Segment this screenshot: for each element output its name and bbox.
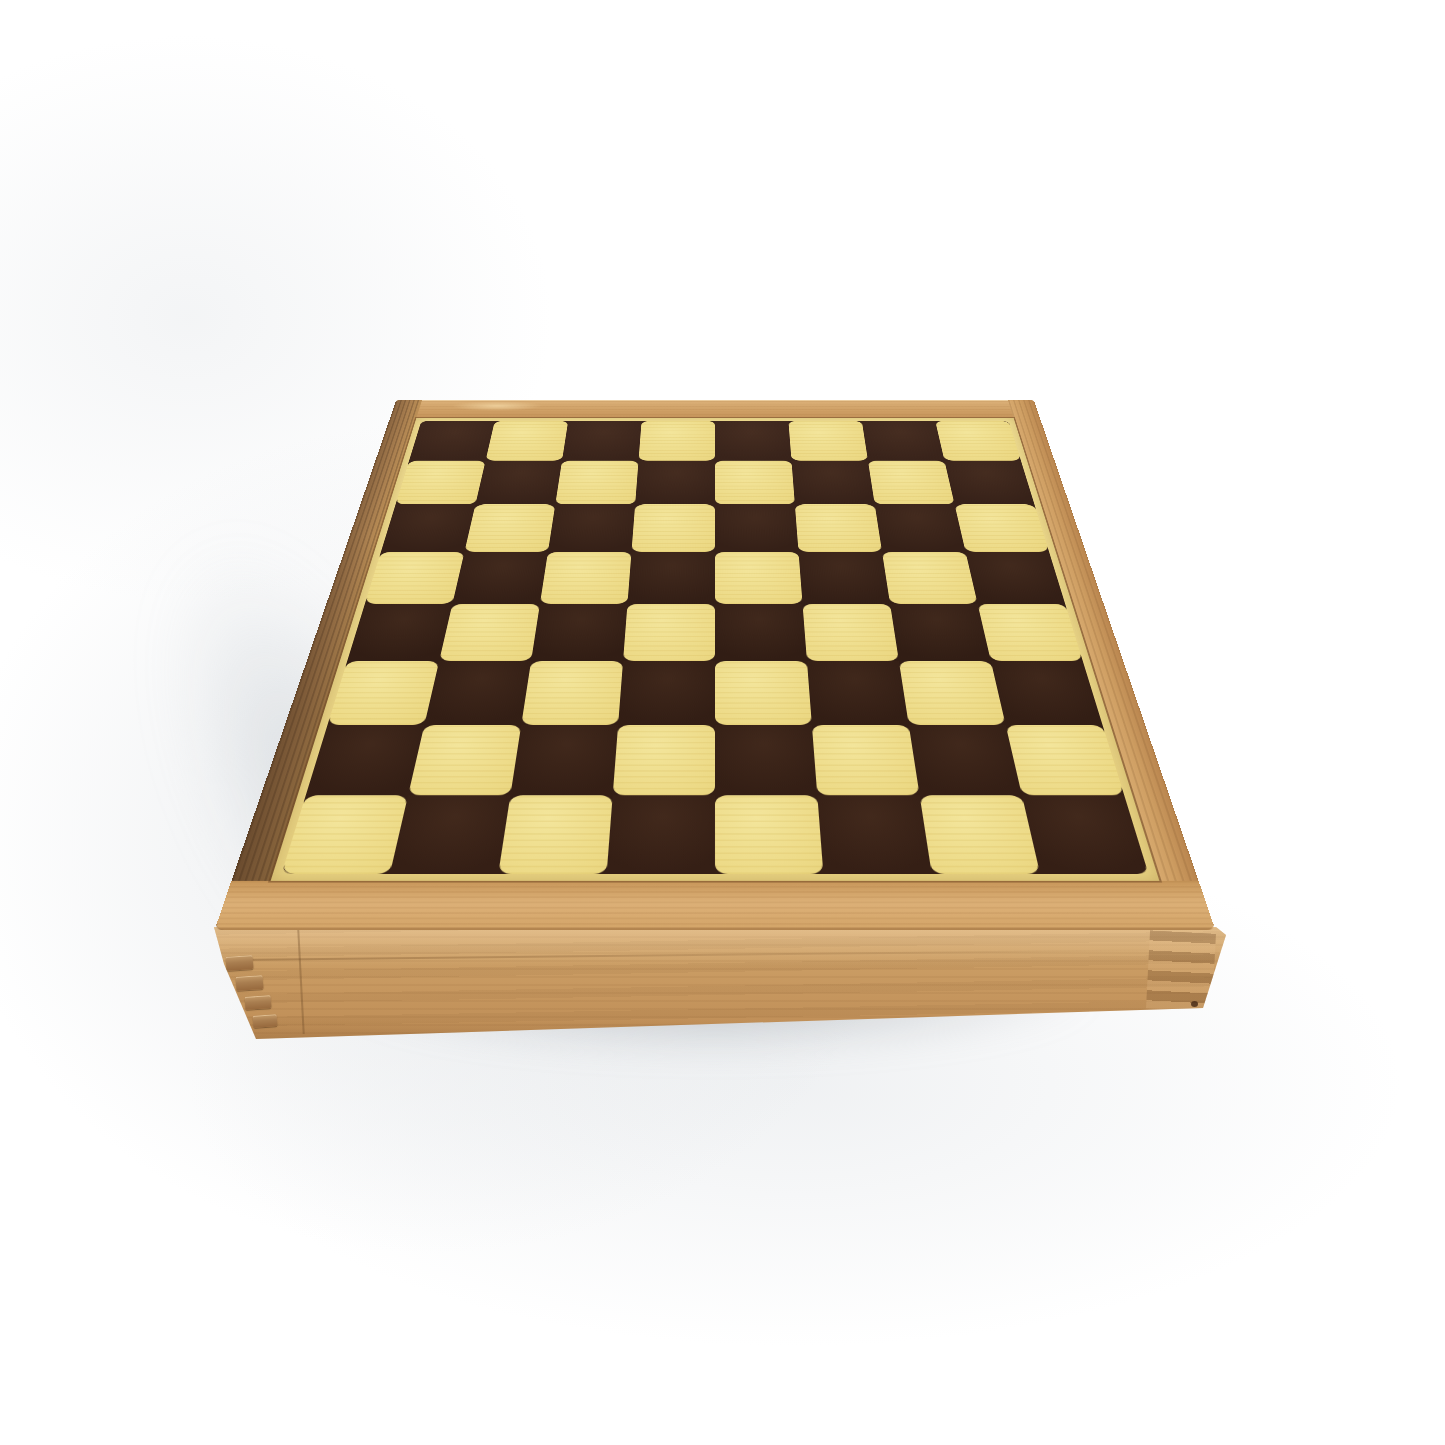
square-g2[interactable] (909, 725, 1022, 796)
scene (0, 0, 1445, 1445)
square-a5[interactable] (365, 552, 465, 604)
square-e7[interactable] (715, 461, 795, 504)
checkerboard (281, 421, 1148, 874)
square-b6[interactable] (464, 504, 555, 551)
square-a6[interactable] (381, 504, 476, 551)
square-g4[interactable] (890, 604, 991, 661)
square-c6[interactable] (548, 504, 635, 551)
finger-joint (253, 1014, 278, 1028)
square-c1[interactable] (498, 795, 612, 874)
square-f1[interactable] (817, 795, 931, 874)
square-b1[interactable] (390, 795, 511, 874)
square-e1[interactable] (715, 795, 823, 874)
nail-hole (1191, 1001, 1198, 1007)
finger-joint (236, 975, 264, 991)
finger-joint (226, 955, 254, 971)
square-a7[interactable] (396, 461, 486, 504)
square-a2[interactable] (306, 725, 425, 796)
square-a4[interactable] (347, 604, 452, 661)
worn-patch (432, 400, 561, 411)
square-h2[interactable] (1006, 725, 1125, 796)
square-d3[interactable] (618, 661, 715, 724)
square-h3[interactable] (991, 661, 1103, 724)
finger-joints-right (1146, 930, 1216, 1011)
square-a3[interactable] (328, 661, 440, 724)
square-h7[interactable] (944, 461, 1034, 504)
square-d1[interactable] (607, 795, 715, 874)
square-f3[interactable] (807, 661, 909, 724)
square-e6[interactable] (715, 504, 799, 551)
square-d5[interactable] (627, 552, 715, 604)
square-b5[interactable] (452, 552, 548, 604)
square-h1[interactable] (1022, 795, 1149, 874)
square-e2[interactable] (715, 725, 817, 796)
square-h4[interactable] (978, 604, 1083, 661)
square-f6[interactable] (795, 504, 882, 551)
lid-seam (230, 949, 1170, 961)
square-b3[interactable] (424, 661, 531, 724)
square-c2[interactable] (510, 725, 618, 796)
square-a8[interactable] (409, 421, 495, 461)
square-g6[interactable] (875, 504, 966, 551)
corner-joint-seam (297, 930, 304, 1034)
square-c8[interactable] (562, 421, 642, 461)
square-b7[interactable] (475, 461, 562, 504)
square-d2[interactable] (613, 725, 715, 796)
finger-joint (245, 995, 272, 1010)
square-e5[interactable] (715, 552, 803, 604)
square-f5[interactable] (799, 552, 891, 604)
square-f7[interactable] (791, 461, 874, 504)
square-g7[interactable] (868, 461, 955, 504)
square-d6[interactable] (631, 504, 715, 551)
square-d7[interactable] (635, 461, 715, 504)
square-g3[interactable] (899, 661, 1006, 724)
square-c4[interactable] (531, 604, 627, 661)
square-c3[interactable] (521, 661, 623, 724)
square-f4[interactable] (803, 604, 899, 661)
square-b2[interactable] (408, 725, 521, 796)
square-e4[interactable] (715, 604, 807, 661)
square-b4[interactable] (439, 604, 540, 661)
frame-near-rail (215, 881, 1216, 930)
square-g8[interactable] (862, 421, 945, 461)
square-h8[interactable] (935, 421, 1021, 461)
square-h5[interactable] (966, 552, 1066, 604)
square-h6[interactable] (955, 504, 1050, 551)
square-a1[interactable] (281, 795, 408, 874)
square-c5[interactable] (540, 552, 632, 604)
square-f8[interactable] (788, 421, 868, 461)
square-c7[interactable] (555, 461, 638, 504)
square-d4[interactable] (623, 604, 715, 661)
square-b8[interactable] (486, 421, 569, 461)
board-panel (271, 418, 1160, 881)
square-e8[interactable] (715, 421, 791, 461)
square-f2[interactable] (812, 725, 920, 796)
square-g5[interactable] (882, 552, 978, 604)
square-g1[interactable] (920, 795, 1041, 874)
square-d8[interactable] (639, 421, 715, 461)
square-e3[interactable] (715, 661, 812, 724)
